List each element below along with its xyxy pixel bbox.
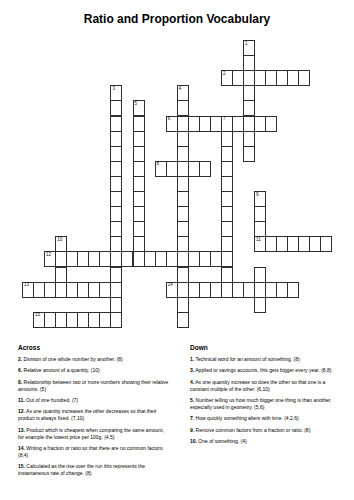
grid-cell[interactable] xyxy=(221,267,233,283)
down-clue-10: 10. One of something. (4) xyxy=(190,438,343,445)
grid-cell[interactable] xyxy=(110,116,122,132)
clue-number: 13. xyxy=(18,427,25,433)
cell-number: 11 xyxy=(256,238,261,243)
across-clue-11: 11. Out of one hundred. (7) xyxy=(18,397,171,404)
across-clue-8: 8. Relationship between two or more numb… xyxy=(18,379,171,393)
grid-cell[interactable] xyxy=(177,191,189,207)
grid-cell[interactable] xyxy=(243,146,255,162)
grid-cell[interactable] xyxy=(177,146,189,162)
cell-number: 15 xyxy=(35,313,40,318)
grid-cell[interactable] xyxy=(177,131,189,147)
cell-number: 13 xyxy=(24,283,29,288)
grid-cell[interactable] xyxy=(177,267,189,283)
cell-number: 10 xyxy=(57,238,62,243)
grid-cell[interactable] xyxy=(110,191,122,207)
grid-cell[interactable] xyxy=(133,191,145,207)
grid-cell[interactable] xyxy=(320,236,332,252)
grid-cell[interactable] xyxy=(221,236,233,252)
clue-text: One of something. (4) xyxy=(197,438,247,444)
crossword-grid: 123456789101112131415 xyxy=(22,40,334,329)
clue-text: Product which is cheapest when comparing… xyxy=(18,427,164,440)
grid-cell[interactable] xyxy=(221,176,233,192)
grid-cell[interactable] xyxy=(254,221,266,237)
grid-cell[interactable] xyxy=(177,221,189,237)
clue-text: Applied to savings accounts, this gets b… xyxy=(194,367,331,373)
down-clue-7: 7. How quickly something alters with tim… xyxy=(190,415,343,422)
across-heading: Across xyxy=(18,344,171,351)
across-clue-6: 6. Relative amount of a quantity. (10) xyxy=(18,367,171,374)
cell-number: 12 xyxy=(46,253,51,258)
clue-text: Technical word for an amount of somethin… xyxy=(194,356,300,362)
cell-number: 2 xyxy=(223,72,226,77)
grid-cell[interactable] xyxy=(221,206,233,222)
grid-cell[interactable] xyxy=(243,85,255,101)
grid-cell[interactable] xyxy=(221,131,233,147)
clue-text: Writing a fraction or ratio so that ther… xyxy=(18,445,164,458)
down-clues: Down 1. Technical word for an amount of … xyxy=(190,344,343,482)
grid-cell[interactable]: 10 xyxy=(55,236,67,252)
grid-cell[interactable] xyxy=(177,206,189,222)
clue-text: Number telling us how much bigger one th… xyxy=(190,397,331,410)
down-clue-4: 4. As one quantity increase so does the … xyxy=(190,379,343,393)
grid-cell[interactable] xyxy=(298,70,310,86)
grid-cell[interactable] xyxy=(133,131,145,147)
clue-text: Relationship between two or more numbers… xyxy=(18,379,168,392)
across-clue-15: 15. Calculated as the rise over the run … xyxy=(18,463,171,477)
grid-cell[interactable] xyxy=(177,100,189,116)
grid-cell[interactable] xyxy=(133,161,145,177)
grid-cell[interactable] xyxy=(177,176,189,192)
cell-number: 1 xyxy=(245,42,248,47)
grid-cell[interactable] xyxy=(110,161,122,177)
grid-cell[interactable] xyxy=(110,267,122,283)
cell-number: 5 xyxy=(135,102,138,107)
clue-text: Remove common factors from a fraction or… xyxy=(194,427,310,433)
grid-cell[interactable] xyxy=(221,251,233,267)
grid-cell[interactable] xyxy=(133,176,145,192)
cell-number: 6 xyxy=(168,117,171,122)
grid-cell[interactable]: 5 xyxy=(133,100,145,116)
grid-cell[interactable] xyxy=(221,221,233,237)
grid-cell[interactable] xyxy=(199,161,211,177)
grid-cell[interactable] xyxy=(221,191,233,207)
down-heading: Down xyxy=(190,344,343,351)
cell-number: 3 xyxy=(112,87,115,92)
clue-number: 10. xyxy=(190,438,197,444)
down-clue-3: 3. Applied to savings accounts, this get… xyxy=(190,367,343,374)
clue-number: 14. xyxy=(18,445,25,451)
across-clue-13: 13. Product which is cheapest when compa… xyxy=(18,427,171,441)
clue-text: Division of one whole number by another.… xyxy=(22,356,123,362)
grid-cell[interactable] xyxy=(110,206,122,222)
cell-number: 8 xyxy=(157,162,160,167)
clue-panel: Across 2. Division of one whole number b… xyxy=(18,344,344,482)
grid-cell[interactable]: 3 xyxy=(110,85,122,101)
cell-number: 4 xyxy=(179,87,182,92)
grid-cell[interactable] xyxy=(55,267,67,283)
grid-cell[interactable] xyxy=(110,282,122,298)
clue-text: Relative amount of a quantity. (10) xyxy=(22,367,99,373)
clue-number: 11. xyxy=(18,397,25,403)
across-clue-14: 14. Writing a fraction or ratio so that … xyxy=(18,445,171,459)
grid-cell[interactable] xyxy=(254,267,266,283)
clue-text: As one quantity increases the other decr… xyxy=(18,408,156,421)
grid-cell[interactable] xyxy=(110,221,122,237)
clue-number: 12. xyxy=(18,408,25,414)
grid-cell[interactable] xyxy=(133,206,145,222)
grid-cell[interactable] xyxy=(254,206,266,222)
grid-cell[interactable] xyxy=(133,236,145,252)
grid-cell[interactable] xyxy=(221,161,233,177)
across-clues: Across 2. Division of one whole number b… xyxy=(18,344,171,482)
grid-cell[interactable] xyxy=(133,221,145,237)
grid-cell[interactable] xyxy=(265,116,277,132)
grid-cell[interactable] xyxy=(110,131,122,147)
grid-cell[interactable] xyxy=(110,100,122,116)
grid-cell[interactable] xyxy=(177,312,189,328)
grid-cell[interactable] xyxy=(243,131,255,147)
grid-cell[interactable] xyxy=(110,176,122,192)
clue-text: Calculated as the rise over the run this… xyxy=(18,463,145,476)
grid-cell[interactable] xyxy=(177,297,189,313)
grid-cell[interactable] xyxy=(110,312,122,328)
grid-cell[interactable] xyxy=(110,297,122,313)
cell-number: 14 xyxy=(168,283,173,288)
cell-number: 9 xyxy=(256,193,259,198)
clue-text: How quickly something alters with time. … xyxy=(194,415,298,421)
grid-cell[interactable] xyxy=(177,236,189,252)
grid-cell[interactable] xyxy=(243,55,255,71)
clue-text: Out of one hundred. (7) xyxy=(25,397,78,403)
across-clue-2: 2. Division of one whole number by anoth… xyxy=(18,356,171,363)
clue-number: 15. xyxy=(18,463,25,469)
across-clue-12: 12. As one quantity increases the other … xyxy=(18,408,171,422)
grid-cell[interactable] xyxy=(221,146,233,162)
grid-cell[interactable]: 9 xyxy=(254,191,266,207)
page-title: Ratio and Proportion Vocabulary xyxy=(0,12,354,26)
grid-cell[interactable] xyxy=(243,100,255,116)
down-clue-9: 9. Remove common factors from a fraction… xyxy=(190,427,343,434)
grid-cell[interactable]: 1 xyxy=(243,40,255,56)
grid-cell[interactable] xyxy=(133,116,145,132)
down-clue-1: 1. Technical word for an amount of somet… xyxy=(190,356,343,363)
down-clue-5: 5. Number telling us how much bigger one… xyxy=(190,397,343,411)
clue-text: As one quantity increase so does the oth… xyxy=(190,379,325,392)
grid-cell[interactable] xyxy=(254,297,266,313)
grid-cell[interactable] xyxy=(110,236,122,252)
grid-cell[interactable]: 4 xyxy=(177,85,189,101)
grid-cell[interactable] xyxy=(133,146,145,162)
down-clue-list: 1. Technical word for an amount of somet… xyxy=(190,356,343,445)
cell-number: 7 xyxy=(223,117,226,122)
grid-cell[interactable] xyxy=(287,282,299,298)
across-clue-list: 2. Division of one whole number by anoth… xyxy=(18,356,171,477)
grid-cell[interactable] xyxy=(110,146,122,162)
